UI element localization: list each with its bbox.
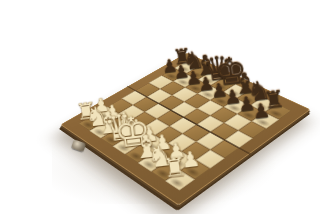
photo-perspective-wrapper: ♜♞♝♛♚♝♞♜♟♟♟♟♟♟♟♟♟♟♟♟♟♟♟♟♜♞♝♛♚♝♞♜: [0, 0, 320, 214]
white-rook-h1: ♜: [152, 149, 196, 186]
black-pawn-h7: ♟: [241, 97, 281, 125]
chess-board: ♜♞♝♛♚♝♞♜♟♟♟♟♟♟♟♟♟♟♟♟♟♟♟♟♜♞♝♛♚♝♞♜: [60, 53, 310, 206]
chess-set-photo: ♜♞♝♛♚♝♞♜♟♟♟♟♟♟♟♟♟♟♟♟♟♟♟♟♜♞♝♛♚♝♞♜: [0, 0, 320, 214]
